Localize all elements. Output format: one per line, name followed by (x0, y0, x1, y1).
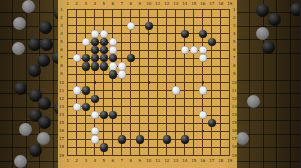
white-stone (190, 46, 198, 54)
coordinate-label-left: 10 (59, 81, 64, 85)
coordinate-label-bottom: 10 (146, 159, 151, 163)
coordinate-label-left: 6 (60, 48, 63, 52)
background-white-stone (19, 123, 32, 136)
background-board-right (237, 0, 301, 168)
coordinate-label-bottom: 14 (182, 159, 187, 163)
hoshi-star-point (202, 81, 204, 83)
black-stone (136, 135, 144, 143)
coordinate-label-top: 9 (139, 2, 142, 6)
background-black-stone (28, 38, 41, 51)
coordinate-label-left: 19 (59, 154, 64, 158)
coordinate-label-bottom: 19 (227, 159, 232, 163)
coordinate-label-top: 13 (173, 2, 178, 6)
grid-line-horizontal (67, 147, 230, 148)
background-black-stone (38, 116, 51, 129)
black-stone (118, 135, 126, 143)
coordinate-label-bottom: 15 (191, 159, 196, 163)
coordinate-label-bottom: 9 (139, 159, 142, 163)
white-stone (73, 86, 81, 94)
grid-line-horizontal (67, 155, 230, 156)
black-stone (208, 38, 216, 46)
coordinate-label-left: 4 (60, 32, 63, 36)
hoshi-star-point (148, 33, 150, 35)
background-white-stone (13, 17, 26, 30)
grid-line-vertical (157, 9, 158, 155)
background-black-stone (256, 4, 269, 17)
black-stone (199, 30, 207, 38)
coordinate-label-bottom: 5 (103, 159, 106, 163)
coordinate-label-bottom: 12 (164, 159, 169, 163)
coordinate-label-top: 5 (103, 2, 106, 6)
white-stone (73, 103, 81, 111)
white-stone (118, 70, 126, 78)
coordinate-label-right: 10 (232, 81, 237, 85)
coordinate-label-top: 2 (76, 2, 79, 6)
white-stone (172, 86, 180, 94)
coordinate-label-bottom: 16 (200, 159, 205, 163)
coordinate-label-bottom: 3 (85, 159, 88, 163)
coordinate-label-right: 8 (233, 64, 236, 68)
coordinate-label-right: 9 (233, 72, 236, 76)
background-black-stone (268, 13, 281, 26)
coordinate-label-right: 5 (233, 40, 236, 44)
coordinate-label-top: 3 (85, 2, 88, 6)
white-stone (199, 111, 207, 119)
coordinate-label-left: 3 (60, 24, 63, 28)
coordinate-label-right: 2 (233, 16, 236, 20)
black-stone (100, 38, 108, 46)
background-white-stone (37, 132, 50, 145)
white-stone (100, 30, 108, 38)
black-stone (91, 38, 99, 46)
go-board[interactable]: 1122334455667788991010111112121313141415… (58, 0, 237, 168)
white-stone (82, 38, 90, 46)
coordinate-label-right: 18 (232, 145, 237, 149)
white-stone (73, 54, 81, 62)
grid-line-horizontal (67, 123, 230, 124)
coordinate-label-top: 10 (146, 2, 151, 6)
background-white-stone (22, 0, 35, 13)
white-stone (199, 54, 207, 62)
white-stone (199, 86, 207, 94)
grid-line-vertical (193, 9, 194, 155)
coordinate-label-left: 8 (60, 64, 63, 68)
coordinate-label-left: 18 (59, 145, 64, 149)
coordinate-label-left: 16 (59, 129, 64, 133)
coordinate-label-bottom: 8 (130, 159, 133, 163)
background-white-stone (236, 132, 249, 145)
coordinate-label-right: 6 (233, 48, 236, 52)
coordinate-label-top: 7 (121, 2, 124, 6)
black-stone (181, 135, 189, 143)
coordinate-label-top: 8 (130, 2, 133, 6)
background-board-left (0, 0, 58, 168)
coordinate-label-left: 7 (60, 56, 63, 60)
grid-line-vertical (211, 9, 212, 155)
coordinate-label-top: 18 (218, 2, 223, 6)
coordinate-label-bottom: 7 (121, 159, 124, 163)
coordinate-label-left: 9 (60, 72, 63, 76)
coordinate-label-right: 1 (233, 8, 236, 12)
black-stone (82, 86, 90, 94)
coordinate-label-right: 16 (232, 129, 237, 133)
black-stone (181, 30, 189, 38)
coordinate-label-top: 14 (182, 2, 187, 6)
background-black-stone (28, 64, 41, 77)
coordinate-label-bottom: 13 (173, 159, 178, 163)
background-black-stone (262, 41, 275, 54)
white-stone (181, 46, 189, 54)
coordinate-label-top: 6 (112, 2, 115, 6)
white-stone (91, 135, 99, 143)
coordinate-label-left: 12 (59, 97, 64, 101)
coordinate-label-right: 13 (232, 105, 237, 109)
black-stone (109, 70, 117, 78)
black-stone (109, 111, 117, 119)
coordinate-label-right: 3 (233, 24, 236, 28)
coordinate-label-right: 11 (232, 89, 237, 93)
coordinate-label-bottom: 1 (67, 159, 70, 163)
coordinate-label-left: 14 (59, 113, 64, 117)
coordinate-label-top: 16 (200, 2, 205, 6)
background-black-stone (14, 82, 27, 95)
background-white-stone (12, 42, 25, 55)
coordinate-label-top: 12 (164, 2, 169, 6)
coordinate-label-top: 1 (67, 2, 70, 6)
black-stone (91, 95, 99, 103)
coordinate-label-top: 17 (209, 2, 214, 6)
coordinate-label-right: 19 (232, 154, 237, 158)
background-black-stone (29, 144, 42, 157)
black-stone (145, 22, 153, 30)
coordinate-label-left: 13 (59, 105, 64, 109)
coordinate-label-left: 11 (59, 89, 64, 93)
coordinate-label-bottom: 11 (155, 159, 160, 163)
coordinate-label-bottom: 6 (112, 159, 115, 163)
background-black-stone (40, 38, 53, 51)
coordinate-label-bottom: 18 (218, 159, 223, 163)
grid-line-horizontal (67, 106, 230, 107)
white-stone (127, 22, 135, 30)
coordinate-label-top: 4 (94, 2, 97, 6)
black-stone (127, 54, 135, 62)
black-stone (91, 62, 99, 70)
coordinate-label-top: 11 (155, 2, 160, 6)
background-white-stone (256, 27, 269, 40)
white-stone (91, 111, 99, 119)
coordinate-label-left: 1 (60, 8, 63, 12)
black-stone (82, 103, 90, 111)
coordinate-label-right: 15 (232, 121, 237, 125)
coordinate-label-top: 15 (191, 2, 196, 6)
coordinate-label-left: 2 (60, 16, 63, 20)
black-stone (163, 135, 171, 143)
grid-line-vertical (166, 9, 167, 155)
background-black-stone (39, 21, 52, 34)
video-frame: 1122334455667788991010111112121313141415… (0, 0, 300, 168)
coordinate-label-bottom: 2 (76, 159, 79, 163)
coordinate-label-bottom: 4 (94, 159, 97, 163)
black-stone (100, 143, 108, 151)
background-white-stone (247, 95, 260, 108)
white-stone (91, 30, 99, 38)
grid-line-vertical (220, 9, 221, 155)
black-stone (82, 62, 90, 70)
coordinate-label-right: 7 (233, 56, 236, 60)
background-white-stone (14, 155, 27, 168)
coordinate-label-left: 17 (59, 137, 64, 141)
coordinate-label-right: 14 (232, 113, 237, 117)
background-black-stone (38, 97, 51, 110)
coordinate-label-right: 12 (232, 97, 237, 101)
coordinate-label-right: 17 (232, 137, 237, 141)
coordinate-label-left: 15 (59, 121, 64, 125)
hoshi-star-point (94, 81, 96, 83)
black-stone (100, 62, 108, 70)
coordinate-label-right: 4 (233, 32, 236, 36)
black-stone (100, 111, 108, 119)
grid-line-vertical (229, 9, 230, 155)
grid-line-vertical (175, 9, 176, 155)
white-stone (109, 38, 117, 46)
coordinate-label-bottom: 17 (209, 159, 214, 163)
coordinate-label-left: 5 (60, 40, 63, 44)
background-black-stone (290, 3, 301, 16)
black-stone (208, 119, 216, 127)
coordinate-label-top: 19 (227, 2, 232, 6)
hoshi-star-point (148, 81, 150, 83)
